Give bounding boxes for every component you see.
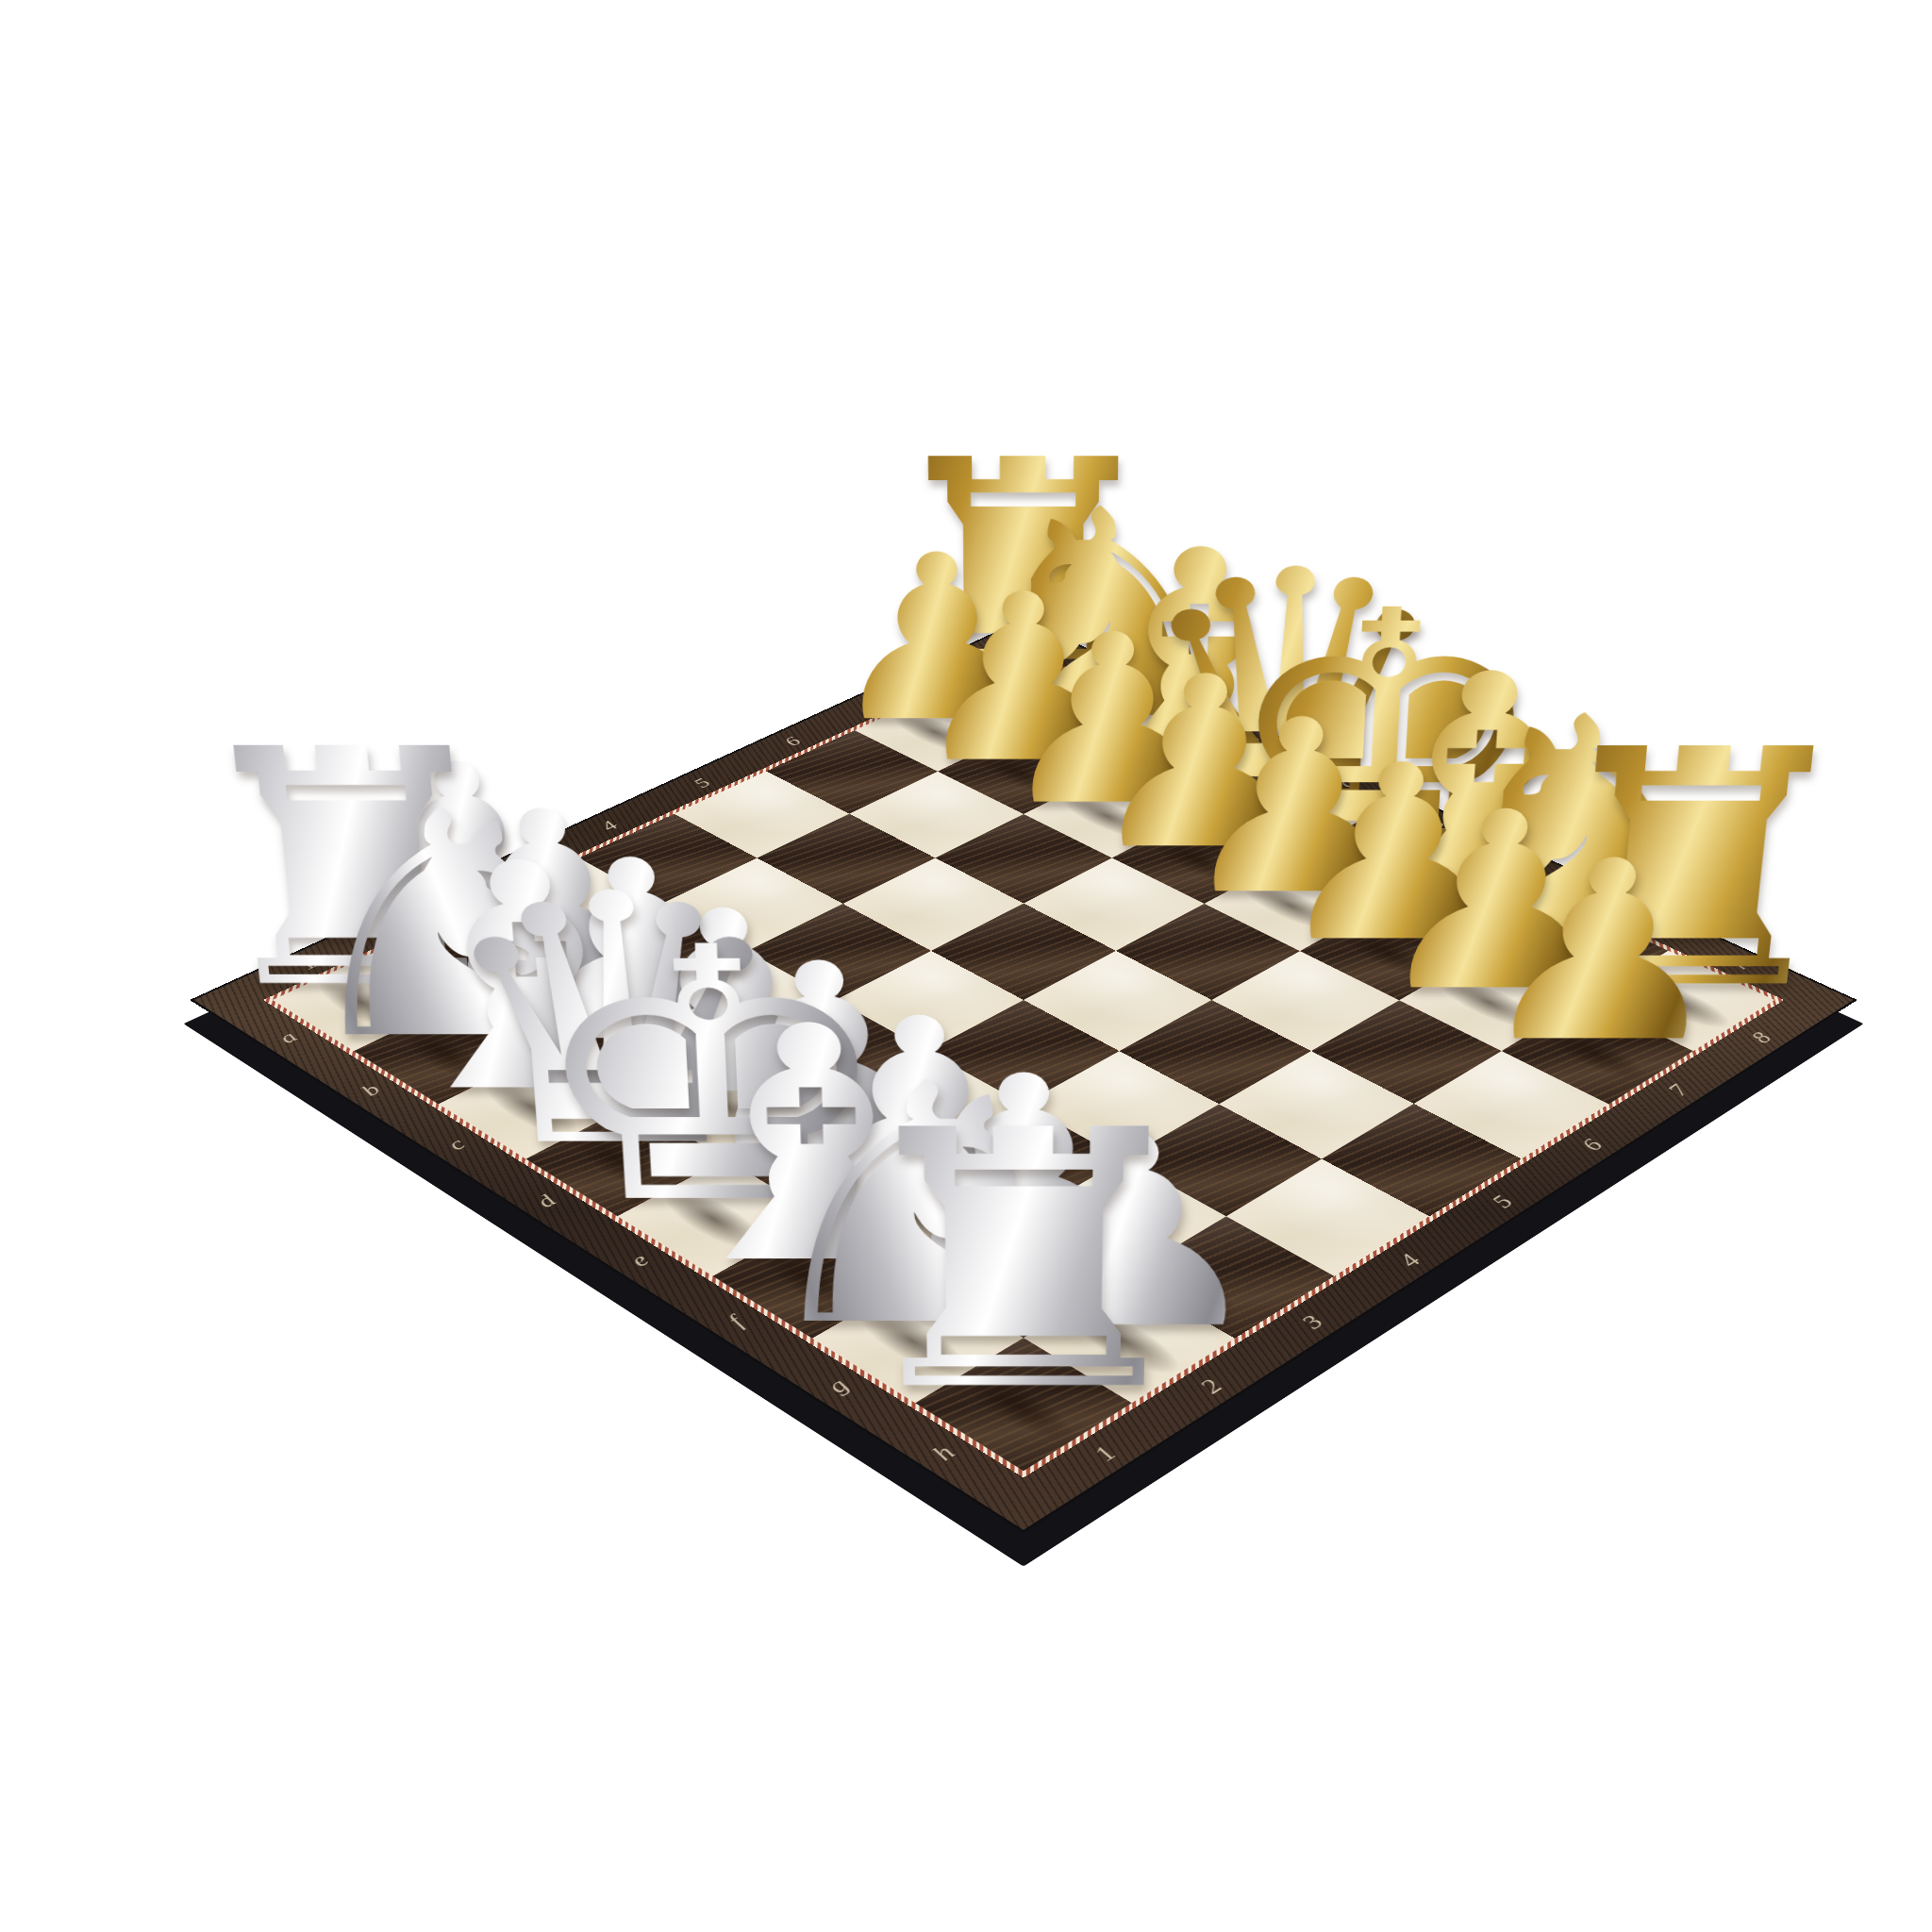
chessboard: abcdefgh abcdefgh 87654321 87654321 ♜♞♝♛…: [190, 619, 1857, 1533]
piece-black-pawn: ♟: [1469, 853, 1746, 1051]
board-grid: ♜♞♝♛♚♝♞♜♟♟♟♟♟♟♟♟♟♟♟♟♟♟♟♟♜♞♝♛♚♝♞♜: [273, 652, 1774, 1471]
rank-label-7: 7: [1659, 1080, 1695, 1099]
piece-white-rook: ♜: [824, 1120, 1223, 1403]
board-top-face: abcdefgh abcdefgh 87654321 87654321 ♜♞♝♛…: [190, 619, 1857, 1533]
scene-3d: abcdefgh abcdefgh 87654321 87654321 ♜♞♝♛…: [0, 0, 1932, 1932]
product-photo-stage: abcdefgh abcdefgh 87654321 87654321 ♜♞♝♛…: [0, 0, 1932, 1932]
rank-label-4: 4: [1390, 1249, 1426, 1270]
rank-label-6: 6: [777, 734, 807, 748]
square-h1: ♜: [915, 1339, 1131, 1472]
pawn-glyph: ♟: [1469, 853, 1746, 1051]
rook-glyph: ♜: [824, 1120, 1223, 1403]
file-label-h: h: [924, 1441, 961, 1464]
rank-label-5: 5: [1483, 1191, 1520, 1210]
rank-label-5: 5: [687, 775, 716, 791]
rank-label-6: 6: [1574, 1135, 1609, 1155]
rope-border: ♜♞♝♛♚♝♞♜♟♟♟♟♟♟♟♟♟♟♟♟♟♟♟♟♜♞♝♛♚♝♞♜: [263, 648, 1784, 1477]
rank-label-3: 3: [1292, 1310, 1330, 1332]
